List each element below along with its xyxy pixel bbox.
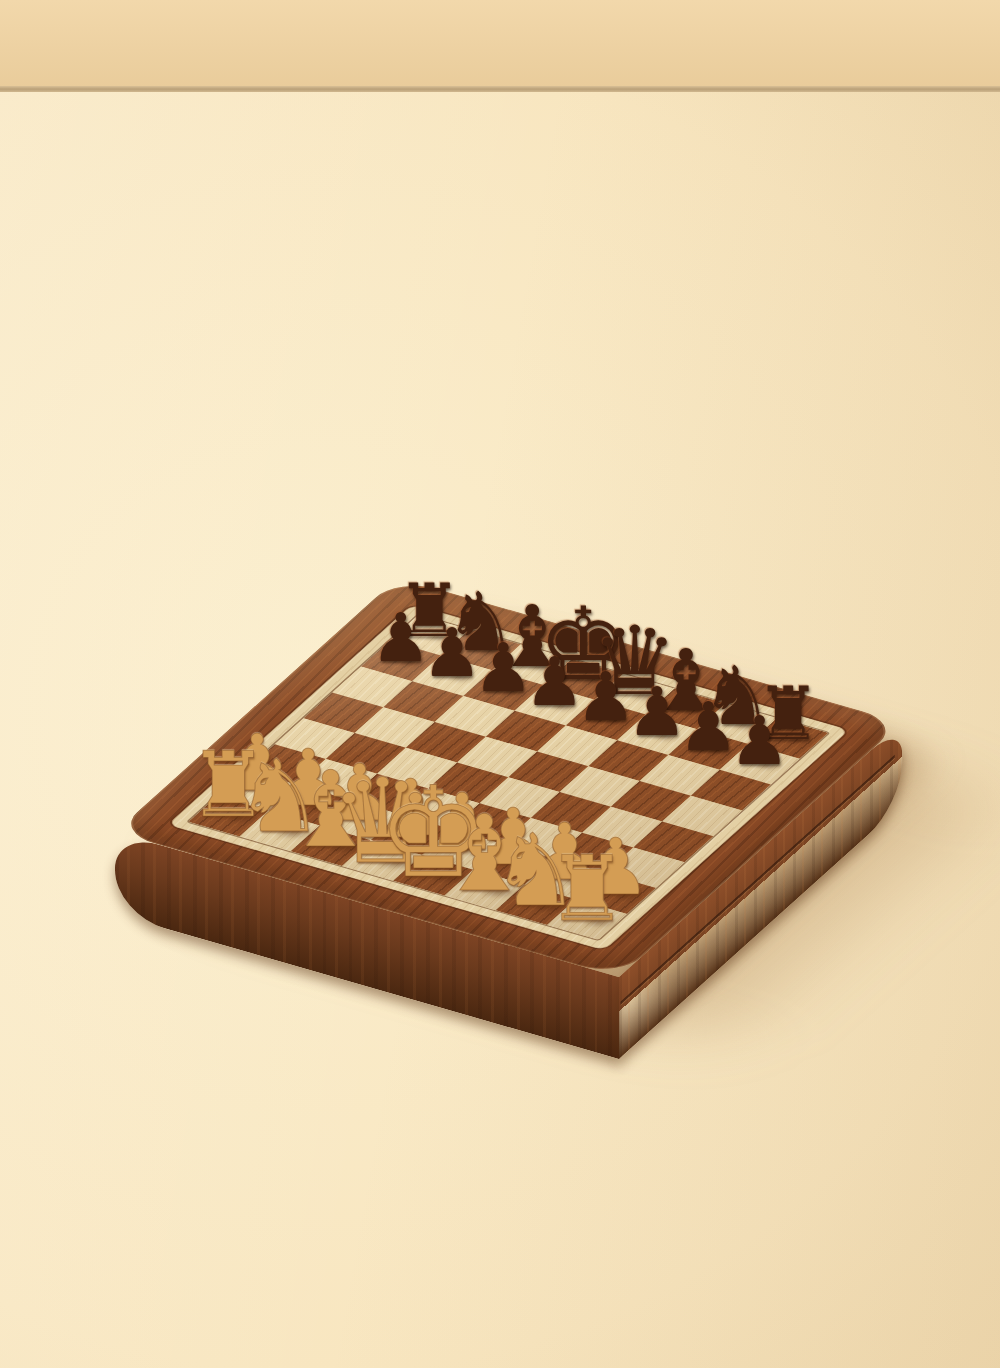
piece-white-rook[interactable]: ♜ [547, 844, 628, 934]
piece-black-pawn[interactable]: ♟ [730, 708, 790, 775]
photo-scene: ♜♞♝♚♛♝♞♜♟♟♟♟♟♟♟♟♟♟♟♟♟♟♟♟♜♞♝♛♚♝♞♜ [0, 0, 1000, 1368]
wall-background [0, 0, 1000, 88]
